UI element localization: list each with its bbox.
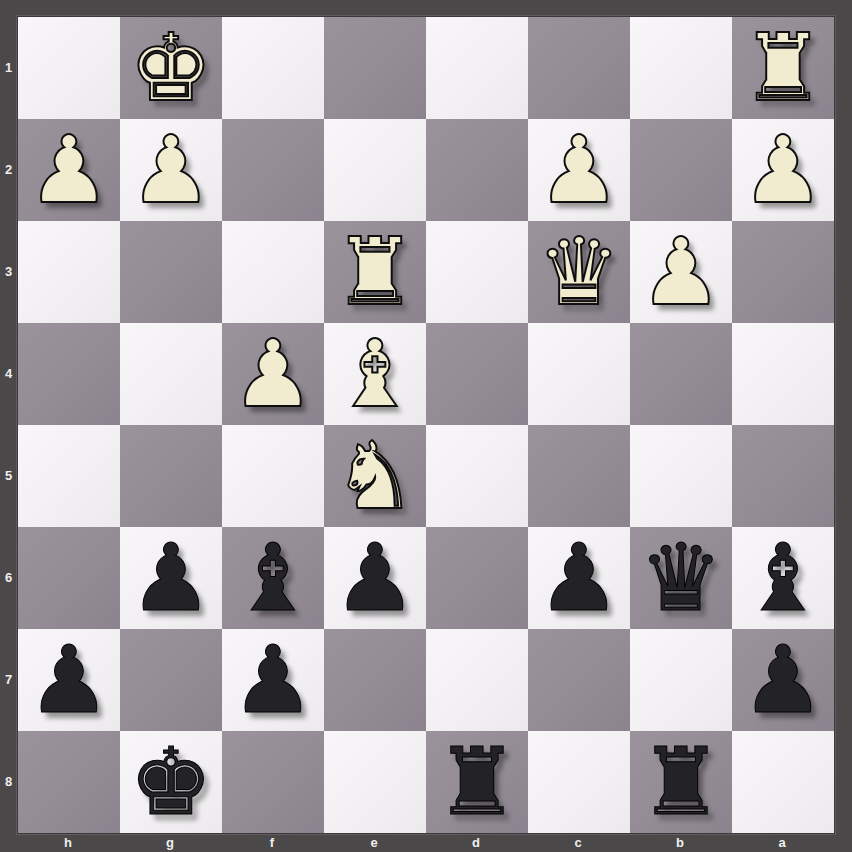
square-d4[interactable] [426, 323, 528, 425]
black-king-g8[interactable]: ♚ [120, 731, 222, 833]
square-e4[interactable]: ♝ [324, 323, 426, 425]
square-a5[interactable] [732, 425, 834, 527]
square-h5[interactable] [18, 425, 120, 527]
square-g3[interactable] [120, 221, 222, 323]
rank-label-1: 1 [0, 16, 17, 118]
square-b1[interactable] [630, 17, 732, 119]
file-labels: hgfedcba [17, 833, 833, 852]
square-a6[interactable]: ♝ [732, 527, 834, 629]
square-g4[interactable] [120, 323, 222, 425]
black-queen-b6[interactable]: ♛ [630, 527, 732, 629]
square-a7[interactable]: ♟ [732, 629, 834, 731]
square-h4[interactable] [18, 323, 120, 425]
square-h7[interactable]: ♟ [18, 629, 120, 731]
black-bishop-f6[interactable]: ♝ [222, 527, 324, 629]
rank-labels: 12345678 [0, 16, 17, 832]
square-b8[interactable]: ♜ [630, 731, 732, 833]
square-c2[interactable]: ♟ [528, 119, 630, 221]
black-pawn-e6[interactable]: ♟ [324, 527, 426, 629]
white-rook-a1[interactable]: ♜ [732, 17, 834, 119]
square-h6[interactable] [18, 527, 120, 629]
white-knight-e5[interactable]: ♞ [324, 425, 426, 527]
square-e6[interactable]: ♟ [324, 527, 426, 629]
square-g6[interactable]: ♟ [120, 527, 222, 629]
square-c1[interactable] [528, 17, 630, 119]
black-rook-d8[interactable]: ♜ [426, 731, 528, 833]
black-pawn-f7[interactable]: ♟ [222, 629, 324, 731]
square-h2[interactable]: ♟ [18, 119, 120, 221]
square-a3[interactable] [732, 221, 834, 323]
square-b4[interactable] [630, 323, 732, 425]
white-pawn-c2[interactable]: ♟ [528, 119, 630, 221]
square-g8[interactable]: ♚ [120, 731, 222, 833]
rank-label-6: 6 [0, 526, 17, 628]
black-pawn-g6[interactable]: ♟ [120, 527, 222, 629]
rank-label-5: 5 [0, 424, 17, 526]
white-pawn-h2[interactable]: ♟ [18, 119, 120, 221]
black-pawn-a7[interactable]: ♟ [732, 629, 834, 731]
file-label-c: c [527, 833, 629, 852]
square-a1[interactable]: ♜ [732, 17, 834, 119]
square-f7[interactable]: ♟ [222, 629, 324, 731]
black-rook-b8[interactable]: ♜ [630, 731, 732, 833]
square-f2[interactable] [222, 119, 324, 221]
square-e7[interactable] [324, 629, 426, 731]
square-g1[interactable]: ♚ [120, 17, 222, 119]
white-pawn-a2[interactable]: ♟ [732, 119, 834, 221]
square-h3[interactable] [18, 221, 120, 323]
square-e1[interactable] [324, 17, 426, 119]
square-f4[interactable]: ♟ [222, 323, 324, 425]
square-d6[interactable] [426, 527, 528, 629]
square-b6[interactable]: ♛ [630, 527, 732, 629]
white-pawn-b3[interactable]: ♟ [630, 221, 732, 323]
square-f6[interactable]: ♝ [222, 527, 324, 629]
square-e8[interactable] [324, 731, 426, 833]
square-e2[interactable] [324, 119, 426, 221]
square-h1[interactable] [18, 17, 120, 119]
square-c6[interactable]: ♟ [528, 527, 630, 629]
square-b7[interactable] [630, 629, 732, 731]
square-d8[interactable]: ♜ [426, 731, 528, 833]
white-rook-e3[interactable]: ♜ [324, 221, 426, 323]
square-c5[interactable] [528, 425, 630, 527]
black-pawn-c6[interactable]: ♟ [528, 527, 630, 629]
square-g5[interactable] [120, 425, 222, 527]
white-queen-c3[interactable]: ♛ [528, 221, 630, 323]
file-label-e: e [323, 833, 425, 852]
square-e3[interactable]: ♜ [324, 221, 426, 323]
white-bishop-e4[interactable]: ♝ [324, 323, 426, 425]
white-pawn-f4[interactable]: ♟ [222, 323, 324, 425]
square-f5[interactable] [222, 425, 324, 527]
file-label-d: d [425, 833, 527, 852]
chess-board-frame: ♚♜♟♟♟♟♜♛♟♟♝♞♟♝♟♟♛♝♟♟♟♚♜♜ 12345678 hgfedc… [0, 0, 852, 852]
file-label-h: h [17, 833, 119, 852]
square-h8[interactable] [18, 731, 120, 833]
square-g2[interactable]: ♟ [120, 119, 222, 221]
white-pawn-g2[interactable]: ♟ [120, 119, 222, 221]
chess-board: ♚♜♟♟♟♟♜♛♟♟♝♞♟♝♟♟♛♝♟♟♟♚♜♜ [17, 16, 835, 834]
square-g7[interactable] [120, 629, 222, 731]
square-c3[interactable]: ♛ [528, 221, 630, 323]
rank-label-7: 7 [0, 628, 17, 730]
square-d5[interactable] [426, 425, 528, 527]
white-king-g1[interactable]: ♚ [120, 17, 222, 119]
square-d1[interactable] [426, 17, 528, 119]
black-pawn-h7[interactable]: ♟ [18, 629, 120, 731]
square-f1[interactable] [222, 17, 324, 119]
square-b2[interactable] [630, 119, 732, 221]
rank-label-3: 3 [0, 220, 17, 322]
square-d3[interactable] [426, 221, 528, 323]
square-c7[interactable] [528, 629, 630, 731]
square-b5[interactable] [630, 425, 732, 527]
file-label-b: b [629, 833, 731, 852]
file-label-a: a [731, 833, 833, 852]
rank-label-4: 4 [0, 322, 17, 424]
square-f8[interactable] [222, 731, 324, 833]
square-a8[interactable] [732, 731, 834, 833]
square-c4[interactable] [528, 323, 630, 425]
black-bishop-a6[interactable]: ♝ [732, 527, 834, 629]
square-b3[interactable]: ♟ [630, 221, 732, 323]
square-a2[interactable]: ♟ [732, 119, 834, 221]
square-d7[interactable] [426, 629, 528, 731]
file-label-f: f [221, 833, 323, 852]
square-d2[interactable] [426, 119, 528, 221]
rank-label-8: 8 [0, 730, 17, 832]
file-label-g: g [119, 833, 221, 852]
square-c8[interactable] [528, 731, 630, 833]
square-f3[interactable] [222, 221, 324, 323]
square-a4[interactable] [732, 323, 834, 425]
rank-label-2: 2 [0, 118, 17, 220]
square-e5[interactable]: ♞ [324, 425, 426, 527]
